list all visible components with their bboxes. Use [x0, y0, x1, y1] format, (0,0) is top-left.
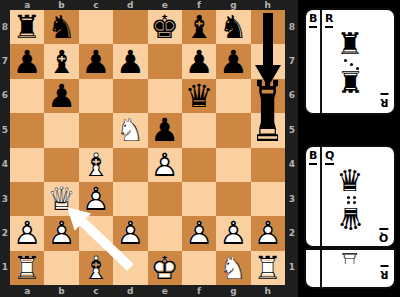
card-piece-label-mirrored: R — [380, 93, 388, 108]
card-owner-label: B — [309, 150, 317, 165]
square-h2[interactable]: ♟♙ — [251, 216, 285, 250]
square-d6[interactable] — [113, 79, 147, 113]
card-queen-icon: ♛ — [337, 166, 364, 196]
card-rook-icon: ♜ — [337, 29, 364, 59]
square-b8[interactable]: ♞ — [44, 10, 78, 44]
file-label-top-d: d — [113, 0, 147, 10]
square-e1[interactable]: ♚♔ — [148, 251, 182, 285]
square-d2[interactable]: ♟♙ — [113, 216, 147, 250]
square-b1[interactable] — [44, 251, 78, 285]
square-b4[interactable] — [44, 148, 78, 182]
piece-black-pawn-g7[interactable]: ♟ — [216, 44, 250, 78]
piece-white-pawn-f2[interactable]: ♟♙ — [182, 216, 216, 250]
card-rook-icon-mirrored: ♜ — [337, 66, 364, 96]
piece-white-pawn-c3[interactable]: ♟♙ — [79, 182, 113, 216]
square-c8[interactable] — [79, 10, 113, 44]
square-a5[interactable] — [10, 113, 44, 147]
piece-black-rook-h5[interactable]: ♜ — [251, 79, 285, 148]
square-d3[interactable] — [113, 182, 147, 216]
rank-label-left-3: 3 — [0, 182, 10, 216]
piece-white-knight-d5[interactable]: ♞♘ — [113, 113, 147, 147]
square-b7[interactable]: ♝ — [44, 44, 78, 78]
move-card-black-rook[interactable]: BR♜♜R — [304, 8, 396, 115]
square-c7[interactable]: ♟ — [79, 44, 113, 78]
square-c3[interactable]: ♟♙ — [79, 182, 113, 216]
rank-label-left-8: 8 — [0, 10, 10, 44]
square-f2[interactable]: ♟♙ — [182, 216, 216, 250]
piece-white-pawn-a2[interactable]: ♟♙ — [10, 216, 44, 250]
square-e7[interactable] — [148, 44, 182, 78]
square-d7[interactable]: ♟ — [113, 44, 147, 78]
piece-black-queen-f6[interactable]: ♛ — [182, 79, 216, 113]
square-g2[interactable]: ♟♙ — [216, 216, 250, 250]
piece-white-pawn-g2[interactable]: ♟♙ — [216, 216, 250, 250]
square-g3[interactable] — [216, 182, 250, 216]
piece-white-rook-h1[interactable]: ♜♖ — [251, 251, 285, 285]
card-piece-label-mirrored: Q — [379, 228, 388, 243]
file-label-bottom-b: b — [44, 285, 78, 297]
card-piece-label-mirrored: R — [380, 265, 388, 280]
square-e4[interactable]: ♟♙ — [148, 148, 182, 182]
rank-label-left-6: 6 — [0, 79, 10, 113]
rank-label-left-2: 2 — [0, 216, 10, 250]
file-label-bottom-d: d — [113, 285, 147, 297]
square-c4[interactable]: ♝♗ — [79, 148, 113, 182]
piece-white-queen-b3[interactable]: ♛♕ — [44, 182, 78, 216]
square-f5[interactable] — [182, 113, 216, 147]
square-e5[interactable]: ♟ — [148, 113, 182, 147]
piece-white-king-e1[interactable]: ♚♔ — [148, 251, 182, 285]
piece-black-knight-b8[interactable]: ♞ — [44, 10, 78, 44]
card-rook-icon-mirrored: ♖ — [338, 250, 361, 264]
square-d8[interactable] — [113, 10, 147, 44]
piece-black-pawn-f7[interactable]: ♟ — [182, 44, 216, 78]
rank-label-right-2: 2 — [286, 216, 298, 250]
square-b5[interactable] — [44, 113, 78, 147]
card-queen-icon-mirrored: ♛ — [337, 203, 364, 233]
square-c6[interactable] — [79, 79, 113, 113]
square-e2[interactable] — [148, 216, 182, 250]
square-g6[interactable] — [216, 79, 250, 113]
rank-label-left-4: 4 — [0, 148, 10, 182]
square-d5[interactable]: ♞♘ — [113, 113, 147, 147]
move-card-white-rook[interactable]: ♖R — [304, 248, 396, 289]
rank-label-right-3: 3 — [286, 182, 298, 216]
rank-label-right-4: 4 — [286, 148, 298, 182]
rank-label-left-7: 7 — [0, 44, 10, 78]
piece-black-king-e8[interactable]: ♚ — [148, 10, 182, 44]
square-a7[interactable]: ♟ — [10, 44, 44, 78]
square-e6[interactable] — [148, 79, 182, 113]
move-card-panel: BR♜♜RBQ♛♛Q♖R — [298, 0, 400, 297]
square-b2[interactable]: ♟♙ — [44, 216, 78, 250]
chess-board-area: aabbccddeeffgghh8877665544332211 ♜♞♚♝♞♟♝… — [0, 0, 298, 297]
rank-label-right-6: 6 — [286, 79, 298, 113]
square-c2[interactable] — [79, 216, 113, 250]
square-e8[interactable]: ♚ — [148, 10, 182, 44]
square-h8[interactable] — [251, 10, 285, 44]
square-f6[interactable]: ♛ — [182, 79, 216, 113]
piece-white-pawn-b2[interactable]: ♟♙ — [44, 216, 78, 250]
square-a3[interactable] — [10, 182, 44, 216]
card-owner-label: B — [309, 13, 317, 28]
square-c1[interactable]: ♝♗ — [79, 251, 113, 285]
rank-label-right-7: 7 — [286, 44, 298, 78]
board-wrap: ♜♞♚♝♞♟♝♟♟♟♟♟♛♞♘♟♝♗♟♙♛♕♟♙♟♙♟♙♟♙♟♙♟♙♟♙♜♖♝♗… — [10, 10, 285, 285]
file-label-top-h: h — [251, 0, 285, 10]
square-f7[interactable]: ♟ — [182, 44, 216, 78]
card-piece-label: Q — [325, 150, 334, 165]
square-g1[interactable]: ♞♘ — [216, 251, 250, 285]
square-a8[interactable]: ♜ — [10, 10, 44, 44]
partially-hidden-card-glyph: ♖ — [306, 250, 394, 264]
square-h1[interactable]: ♜♖ — [251, 251, 285, 285]
square-g7[interactable]: ♟ — [216, 44, 250, 78]
square-g4[interactable] — [216, 148, 250, 182]
piece-white-pawn-d2[interactable]: ♟♙ — [113, 216, 147, 250]
square-g8[interactable]: ♞ — [216, 10, 250, 44]
square-c5[interactable] — [79, 113, 113, 147]
rank-label-left-1: 1 — [0, 251, 10, 285]
square-b6[interactable]: ♟ — [44, 79, 78, 113]
piece-white-knight-g1[interactable]: ♞♘ — [216, 251, 250, 285]
square-b3[interactable]: ♛♕ — [44, 182, 78, 216]
square-f1[interactable] — [182, 251, 216, 285]
file-label-bottom-f: f — [182, 285, 216, 297]
square-a2[interactable]: ♟♙ — [10, 216, 44, 250]
rank-label-right-5: 5 — [286, 113, 298, 147]
piece-black-bishop-b7[interactable]: ♝ — [44, 44, 78, 78]
piece-black-pawn-d7[interactable]: ♟ — [113, 44, 147, 78]
square-a1[interactable]: ♜♖ — [10, 251, 44, 285]
piece-black-bishop-f8[interactable]: ♝ — [182, 10, 216, 44]
piece-white-bishop-c1[interactable]: ♝♗ — [79, 251, 113, 285]
rank-label-right-8: 8 — [286, 10, 298, 44]
piece-black-pawn-c7[interactable]: ♟ — [79, 44, 113, 78]
square-a4[interactable] — [10, 148, 44, 182]
square-g5[interactable] — [216, 113, 250, 147]
file-label-top-c: c — [79, 0, 113, 10]
piece-black-pawn-e5[interactable]: ♟ — [148, 113, 182, 147]
move-card-black-queen[interactable]: BQ♛♛Q — [304, 145, 396, 248]
square-e3[interactable] — [148, 182, 182, 216]
card-piece-label: R — [325, 13, 333, 28]
chess-board[interactable]: ♜♞♚♝♞♟♝♟♟♟♟♟♛♞♘♟♝♗♟♙♛♕♟♙♟♙♟♙♟♙♟♙♟♙♟♙♜♖♝♗… — [10, 10, 285, 285]
piece-white-pawn-e4[interactable]: ♟♙ — [148, 148, 182, 182]
piece-black-pawn-a7[interactable]: ♟ — [10, 44, 44, 78]
piece-black-pawn-b6[interactable]: ♟ — [44, 79, 78, 113]
square-d1[interactable] — [113, 251, 147, 285]
app-window: aabbccddeeffgghh8877665544332211 ♜♞♚♝♞♟♝… — [0, 0, 400, 297]
square-f4[interactable] — [182, 148, 216, 182]
piece-black-rook-a8[interactable]: ♜ — [10, 10, 44, 44]
rank-label-left-5: 5 — [0, 113, 10, 147]
square-f3[interactable] — [182, 182, 216, 216]
square-d4[interactable] — [113, 148, 147, 182]
square-a6[interactable] — [10, 79, 44, 113]
piece-white-rook-a1[interactable]: ♜♖ — [10, 251, 44, 285]
square-h3[interactable] — [251, 182, 285, 216]
piece-white-pawn-h2[interactable]: ♟♙ — [251, 216, 285, 250]
square-f8[interactable]: ♝ — [182, 10, 216, 44]
piece-white-bishop-c4[interactable]: ♝♗ — [79, 148, 113, 182]
rank-label-right-1: 1 — [286, 251, 298, 285]
piece-black-knight-g8[interactable]: ♞ — [216, 10, 250, 44]
